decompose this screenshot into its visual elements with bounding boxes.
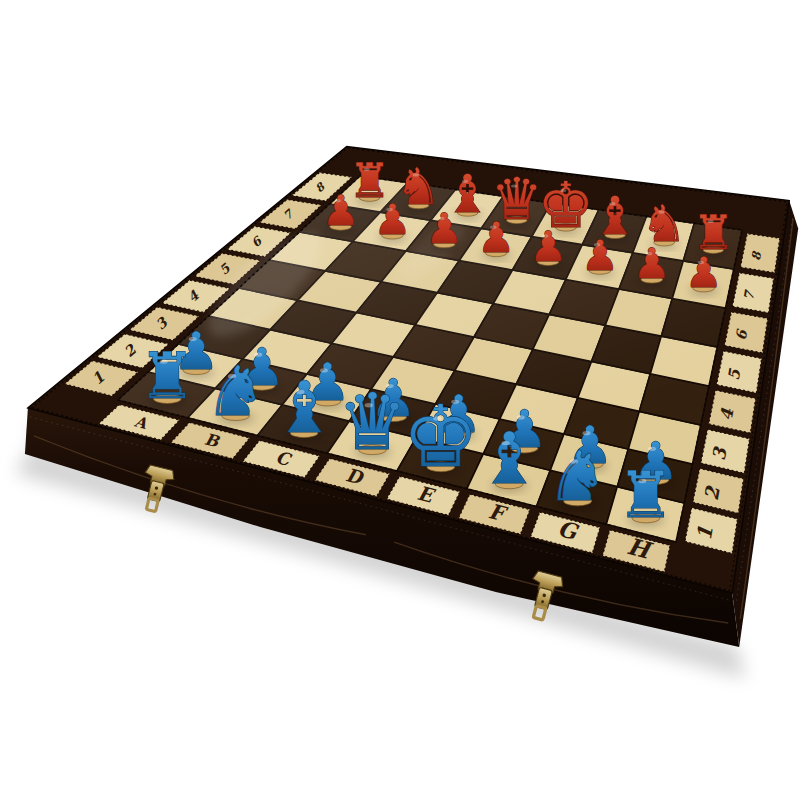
piece-gloss-d1 <box>365 403 373 407</box>
piece-gloss-g2 <box>582 431 590 435</box>
piece-gloss-g7 <box>646 252 652 255</box>
piece-red-pawn-h7: ♟ <box>685 248 722 297</box>
piece-gloss-h8 <box>708 220 714 223</box>
piece-gloss-a8 <box>364 168 370 171</box>
piece-gloss-a1 <box>160 359 168 363</box>
piece-gloss-h1 <box>638 479 646 483</box>
piece-gloss-c1 <box>296 390 304 394</box>
piece-gloss-d8 <box>511 184 517 187</box>
piece-gloss-b7 <box>386 208 392 211</box>
piece-red-pawn-d7: ♟ <box>478 213 515 262</box>
piece-blue-knight-b1: ♞ <box>205 352 266 431</box>
piece-gloss-h2 <box>648 447 656 451</box>
product-photo-stage: ABCDEFGH1234567812345678♜♞♝♛♟♚♝♟♞♟♜♟♟♟♟♟… <box>0 0 800 800</box>
piece-gloss-b1 <box>228 374 236 378</box>
piece-gloss-e7 <box>542 234 548 237</box>
piece-blue-king-e1: ♚ <box>403 387 479 486</box>
piece-blue-knight-g1: ♞ <box>547 437 608 516</box>
piece-blue-bishop-c1: ♝ <box>272 366 335 449</box>
piece-gloss-d7 <box>490 225 496 228</box>
piece-gloss-c8 <box>462 180 468 183</box>
piece-blue-queen-d1: ♛ <box>337 377 407 467</box>
piece-red-pawn-f7: ♟ <box>581 231 618 280</box>
chess-set-scene: ABCDEFGH1234567812345678♜♞♝♛♟♚♝♟♞♟♜♟♟♟♟♟… <box>0 0 800 800</box>
piece-blue-rook-a1: ♜ <box>139 339 196 413</box>
piece-gloss-c7 <box>438 217 444 220</box>
piece-gloss-b8 <box>413 173 419 176</box>
piece-gloss-f8 <box>609 202 615 205</box>
piece-red-pawn-e7: ♟ <box>529 222 566 271</box>
piece-gloss-a7 <box>335 199 341 202</box>
piece-gloss-h7 <box>698 261 704 264</box>
piece-gloss-f1 <box>501 441 509 445</box>
piece-red-pawn-b7: ♟ <box>374 195 411 244</box>
piece-gloss-f7 <box>594 243 600 246</box>
piece-gloss-e8 <box>560 189 566 192</box>
piece-gloss-g1 <box>570 459 578 463</box>
piece-red-pawn-a7: ♟ <box>322 186 359 235</box>
piece-blue-bishop-f1: ♝ <box>478 417 541 500</box>
piece-blue-rook-h1: ♜ <box>618 458 675 532</box>
piece-gloss-e1 <box>433 416 441 420</box>
piece-gloss-g8 <box>658 210 664 213</box>
piece-red-pawn-g7: ♟ <box>633 239 670 288</box>
piece-red-pawn-c7: ♟ <box>426 204 463 253</box>
